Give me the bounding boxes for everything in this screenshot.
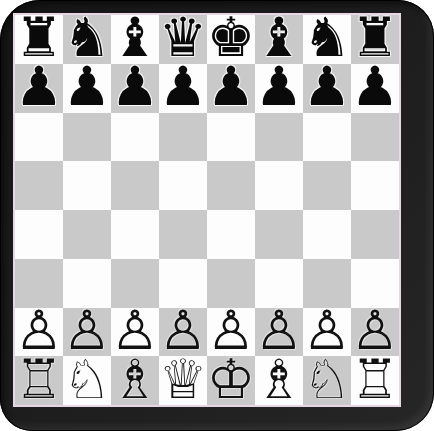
square-h4[interactable] [351,210,399,259]
white-king[interactable]: ♔ [207,353,255,407]
square-f6[interactable] [255,113,303,162]
black-pawn[interactable]: ♟ [111,60,159,114]
square-b1[interactable]: ♘ [63,356,111,405]
white-bishop[interactable]: ♗ [255,353,303,407]
square-b4[interactable] [63,210,111,259]
white-knight[interactable]: ♘ [303,353,351,407]
white-bishop[interactable]: ♗ [111,353,159,407]
square-a7[interactable]: ♟ [15,64,63,113]
square-h6[interactable] [351,113,399,162]
chess-board: ♜♞♝♛♚♝♞♜♟♟♟♟♟♟♟♟♙♙♙♙♙♙♙♙♖♘♗♕♔♗♘♖ [15,15,399,405]
black-pawn[interactable]: ♟ [159,60,207,114]
square-c6[interactable] [111,113,159,162]
chess-screenshot: ♜♞♝♛♚♝♞♜♟♟♟♟♟♟♟♟♙♙♙♙♙♙♙♙♖♘♗♕♔♗♘♖ [0,0,434,431]
square-g1[interactable]: ♘ [303,356,351,405]
white-rook[interactable]: ♖ [351,353,399,407]
square-f1[interactable]: ♗ [255,356,303,405]
square-d4[interactable] [159,210,207,259]
board-frame: ♜♞♝♛♚♝♞♜♟♟♟♟♟♟♟♟♙♙♙♙♙♙♙♙♖♘♗♕♔♗♘♖ [0,0,434,431]
square-f4[interactable] [255,210,303,259]
square-d6[interactable] [159,113,207,162]
white-knight[interactable]: ♘ [63,353,111,407]
black-pawn[interactable]: ♟ [351,60,399,114]
square-c1[interactable]: ♗ [111,356,159,405]
square-a5[interactable] [15,161,63,210]
square-e1[interactable]: ♔ [207,356,255,405]
square-d5[interactable] [159,161,207,210]
square-c5[interactable] [111,161,159,210]
square-e5[interactable] [207,161,255,210]
black-pawn[interactable]: ♟ [303,60,351,114]
square-d1[interactable]: ♕ [159,356,207,405]
black-pawn[interactable]: ♟ [15,60,63,114]
square-a4[interactable] [15,210,63,259]
square-e4[interactable] [207,210,255,259]
square-g7[interactable]: ♟ [303,64,351,113]
square-h7[interactable]: ♟ [351,64,399,113]
black-pawn[interactable]: ♟ [207,60,255,114]
square-b7[interactable]: ♟ [63,64,111,113]
square-c4[interactable] [111,210,159,259]
square-g6[interactable] [303,113,351,162]
square-b6[interactable] [63,113,111,162]
square-e7[interactable]: ♟ [207,64,255,113]
board-border: ♜♞♝♛♚♝♞♜♟♟♟♟♟♟♟♟♙♙♙♙♙♙♙♙♖♘♗♕♔♗♘♖ [13,13,401,407]
square-a6[interactable] [15,113,63,162]
square-b5[interactable] [63,161,111,210]
square-h5[interactable] [351,161,399,210]
white-queen[interactable]: ♕ [159,353,207,407]
black-pawn[interactable]: ♟ [255,60,303,114]
square-f5[interactable] [255,161,303,210]
square-g5[interactable] [303,161,351,210]
square-g4[interactable] [303,210,351,259]
black-pawn[interactable]: ♟ [63,60,111,114]
square-d7[interactable]: ♟ [159,64,207,113]
square-c7[interactable]: ♟ [111,64,159,113]
square-f7[interactable]: ♟ [255,64,303,113]
white-rook[interactable]: ♖ [15,353,63,407]
square-a1[interactable]: ♖ [15,356,63,405]
square-e6[interactable] [207,113,255,162]
square-h1[interactable]: ♖ [351,356,399,405]
